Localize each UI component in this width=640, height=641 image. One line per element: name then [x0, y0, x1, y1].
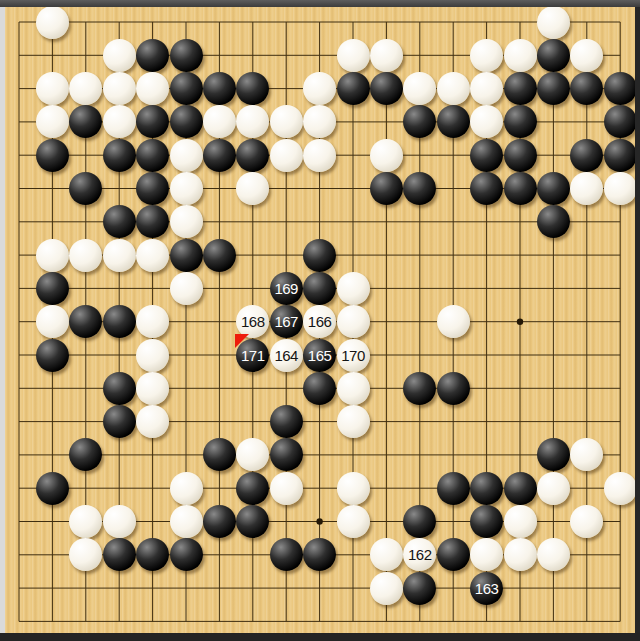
stone-black — [203, 139, 236, 172]
window-bottom-border — [0, 633, 640, 641]
stone-white: 170 — [337, 339, 370, 372]
stone-black — [370, 72, 403, 105]
stone-white — [303, 139, 336, 172]
stone-black — [236, 472, 269, 505]
stone-black — [604, 72, 637, 105]
stone-black — [504, 139, 537, 172]
stone-white — [470, 72, 503, 105]
stone-black — [504, 105, 537, 138]
stone-white — [437, 305, 470, 338]
stone-white — [136, 372, 169, 405]
move-number-label: 170 — [341, 348, 365, 363]
stone-black — [504, 472, 537, 505]
stone-white — [103, 105, 136, 138]
stone-black — [537, 39, 570, 72]
move-number-label: 171 — [241, 348, 265, 363]
stone-black — [103, 405, 136, 438]
stone-black — [504, 72, 537, 105]
stone-black — [36, 272, 69, 305]
stone-white — [36, 305, 69, 338]
stone-white — [270, 105, 303, 138]
stone-black — [303, 239, 336, 272]
stone-white: 164 — [270, 339, 303, 372]
stone-white — [36, 6, 69, 39]
stone-black — [604, 139, 637, 172]
stone-black — [103, 305, 136, 338]
stone-white — [504, 505, 537, 538]
stone-black — [203, 505, 236, 538]
stone-white — [504, 538, 537, 571]
stone-black — [437, 372, 470, 405]
stone-black — [170, 239, 203, 272]
stone-black — [370, 172, 403, 205]
stone-black — [537, 172, 570, 205]
move-number-label: 162 — [408, 547, 432, 562]
stone-black — [303, 372, 336, 405]
stone-black — [470, 472, 503, 505]
stone-white — [303, 72, 336, 105]
stone-black — [203, 72, 236, 105]
stone-black — [403, 572, 436, 605]
stone-black — [170, 39, 203, 72]
stone-white — [36, 239, 69, 272]
stone-black — [103, 538, 136, 571]
go-board[interactable]: 169168167166171164165170162163 — [5, 7, 635, 633]
stone-black: 169 — [270, 272, 303, 305]
stone-white — [170, 205, 203, 238]
stone-white — [337, 505, 370, 538]
last-move-marker — [235, 334, 249, 348]
stone-white — [170, 139, 203, 172]
move-number-label: 163 — [475, 581, 499, 596]
stone-black — [36, 472, 69, 505]
stone-white — [136, 339, 169, 372]
stone-black — [136, 39, 169, 72]
stone-white — [370, 139, 403, 172]
stone-white — [370, 39, 403, 72]
stone-white — [36, 72, 69, 105]
stone-white — [170, 505, 203, 538]
stone-white — [370, 572, 403, 605]
stone-white — [270, 139, 303, 172]
stone-white — [136, 239, 169, 272]
screenshot-window: 169168167166171164165170162163 — [0, 0, 640, 641]
stone-white — [370, 538, 403, 571]
stone-black — [470, 172, 503, 205]
stone-white — [437, 72, 470, 105]
stone-black — [170, 105, 203, 138]
stone-black — [303, 272, 336, 305]
stone-white — [470, 39, 503, 72]
stone-white — [504, 39, 537, 72]
stone-white — [69, 239, 102, 272]
stone-white — [604, 172, 637, 205]
stone-black — [437, 105, 470, 138]
stone-black — [337, 72, 370, 105]
stone-white — [537, 6, 570, 39]
stone-white — [103, 505, 136, 538]
stone-black — [103, 139, 136, 172]
stone-white — [136, 405, 169, 438]
stone-black — [270, 405, 303, 438]
stone-white — [337, 305, 370, 338]
window-top-border — [0, 0, 640, 7]
stone-black — [103, 372, 136, 405]
stone-white — [136, 72, 169, 105]
stone-black — [270, 438, 303, 471]
stone-black — [470, 139, 503, 172]
stone-black: 165 — [303, 339, 336, 372]
stone-black — [136, 139, 169, 172]
stone-black — [170, 72, 203, 105]
stone-white — [337, 472, 370, 505]
stone-white — [537, 472, 570, 505]
stone-white — [170, 272, 203, 305]
stone-black — [570, 139, 603, 172]
stone-black — [103, 205, 136, 238]
stone-white — [337, 372, 370, 405]
star-point — [316, 518, 322, 524]
move-number-label: 169 — [274, 281, 298, 296]
stone-white — [337, 39, 370, 72]
stone-black — [36, 139, 69, 172]
move-number-label: 168 — [241, 314, 265, 329]
stone-white — [337, 272, 370, 305]
stone-white — [170, 472, 203, 505]
stone-white — [270, 472, 303, 505]
stone-black — [136, 172, 169, 205]
stone-black — [437, 538, 470, 571]
stone-black — [36, 339, 69, 372]
stone-white — [537, 538, 570, 571]
stone-black — [437, 472, 470, 505]
stone-white — [103, 39, 136, 72]
stone-black — [236, 139, 269, 172]
stone-black: 167 — [270, 305, 303, 338]
stone-white — [170, 172, 203, 205]
stone-white — [570, 39, 603, 72]
stone-black — [403, 372, 436, 405]
stone-black — [270, 538, 303, 571]
stone-white — [103, 72, 136, 105]
stone-black — [537, 205, 570, 238]
stone-white — [604, 472, 637, 505]
stone-black: 163 — [470, 572, 503, 605]
stone-black — [504, 172, 537, 205]
star-point — [517, 319, 523, 325]
move-number-label: 165 — [308, 348, 332, 363]
window-right-border — [635, 7, 640, 641]
stone-black — [203, 239, 236, 272]
stone-white — [337, 405, 370, 438]
stone-black — [604, 105, 637, 138]
move-number-label: 164 — [274, 348, 298, 363]
stone-black — [170, 538, 203, 571]
move-number-label: 167 — [274, 314, 298, 329]
move-number-label: 166 — [308, 314, 332, 329]
stone-black — [537, 72, 570, 105]
stone-white — [103, 239, 136, 272]
stone-black — [470, 505, 503, 538]
